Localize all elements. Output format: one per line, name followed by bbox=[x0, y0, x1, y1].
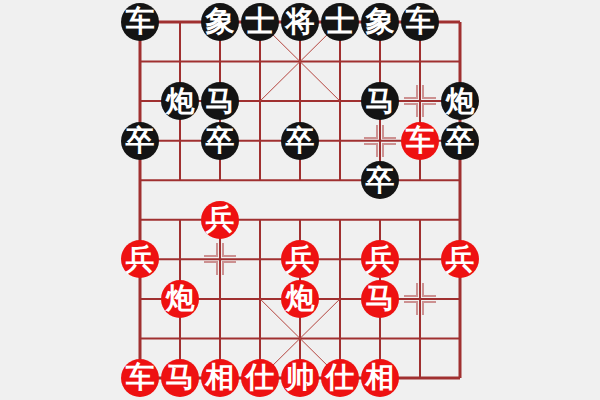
piece-black-horse[interactable]: 马 bbox=[201, 82, 239, 120]
last-move-marker bbox=[400, 81, 440, 121]
piece-red-soldier[interactable]: 兵 bbox=[281, 240, 319, 278]
piece-red-rook[interactable]: 车 bbox=[401, 122, 439, 160]
piece-red-general[interactable]: 帅 bbox=[281, 359, 319, 397]
piece-red-horse[interactable]: 马 bbox=[161, 359, 199, 397]
last-move-marker bbox=[360, 121, 400, 161]
piece-black-elephant[interactable]: 象 bbox=[361, 3, 399, 41]
piece-black-elephant[interactable]: 象 bbox=[201, 3, 239, 41]
piece-red-soldier[interactable]: 兵 bbox=[121, 240, 159, 278]
last-move-marker bbox=[200, 239, 240, 279]
piece-red-rook[interactable]: 车 bbox=[121, 359, 159, 397]
piece-red-soldier[interactable]: 兵 bbox=[361, 240, 399, 278]
piece-black-cannon[interactable]: 炮 bbox=[161, 82, 199, 120]
piece-red-soldier[interactable]: 兵 bbox=[201, 201, 239, 239]
piece-black-rook[interactable]: 车 bbox=[401, 3, 439, 41]
piece-black-soldier[interactable]: 卒 bbox=[441, 122, 479, 160]
piece-black-soldier[interactable]: 卒 bbox=[361, 161, 399, 199]
piece-black-advisor[interactable]: 士 bbox=[241, 3, 279, 41]
xiangqi-board: 车象士将士象车炮马马炮卒卒卒车卒卒兵兵兵兵兵炮炮马车马相仕帅仕相 bbox=[0, 0, 600, 400]
piece-black-rook[interactable]: 车 bbox=[121, 3, 159, 41]
piece-red-cannon[interactable]: 炮 bbox=[281, 280, 319, 318]
piece-black-horse[interactable]: 马 bbox=[361, 82, 399, 120]
piece-red-cannon[interactable]: 炮 bbox=[161, 280, 199, 318]
piece-red-elephant[interactable]: 相 bbox=[201, 359, 239, 397]
piece-black-cannon[interactable]: 炮 bbox=[441, 82, 479, 120]
piece-black-general[interactable]: 将 bbox=[281, 3, 319, 41]
piece-red-advisor[interactable]: 仕 bbox=[241, 359, 279, 397]
piece-red-advisor[interactable]: 仕 bbox=[321, 359, 359, 397]
piece-black-soldier[interactable]: 卒 bbox=[201, 122, 239, 160]
piece-black-soldier[interactable]: 卒 bbox=[281, 122, 319, 160]
piece-red-horse[interactable]: 马 bbox=[361, 280, 399, 318]
piece-red-soldier[interactable]: 兵 bbox=[441, 240, 479, 278]
piece-red-elephant[interactable]: 相 bbox=[361, 359, 399, 397]
last-move-marker bbox=[400, 279, 440, 319]
piece-black-advisor[interactable]: 士 bbox=[321, 3, 359, 41]
piece-black-soldier[interactable]: 卒 bbox=[121, 122, 159, 160]
piece-grid: 车象士将士象车炮马马炮卒卒卒车卒卒兵兵兵兵兵炮炮马车马相仕帅仕相 bbox=[120, 2, 480, 398]
